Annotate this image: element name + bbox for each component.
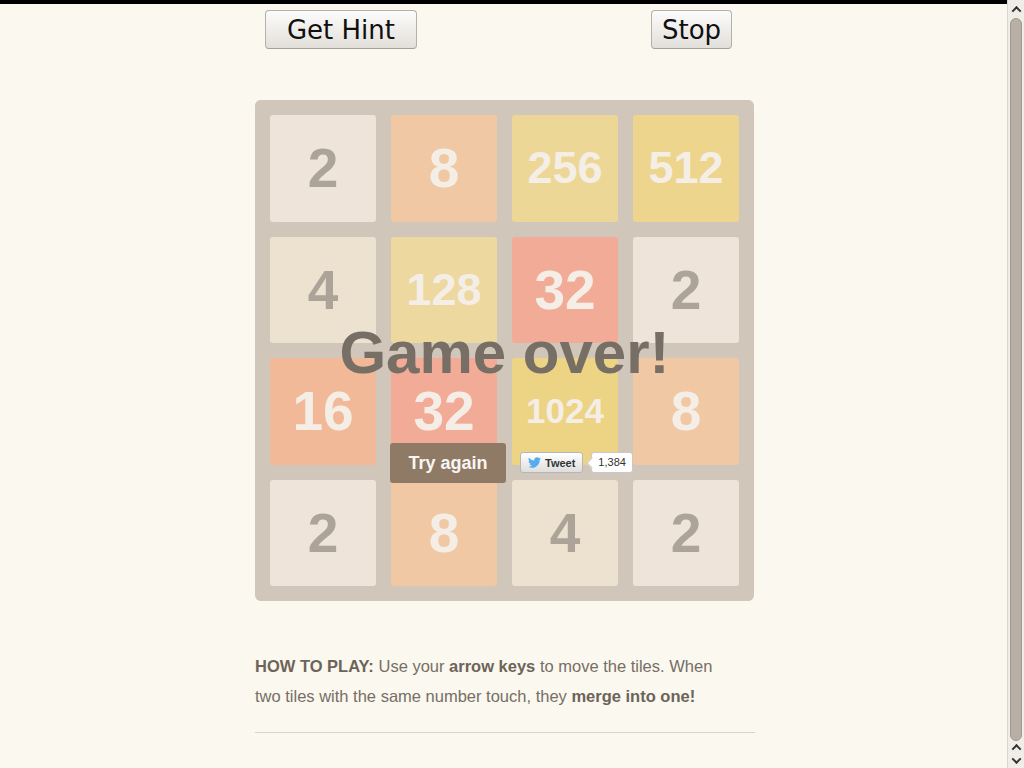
how-to-play-line1: HOW TO PLAY: Use your arrow keys to move…	[255, 657, 712, 675]
scroll-up-bottom-icon[interactable]	[1008, 741, 1024, 754]
window-top-edge	[0, 0, 1007, 4]
game-over-overlay: Game over! Try again Tweet 1,384	[255, 100, 754, 601]
scrollbar-thumb[interactable]	[1010, 18, 1022, 741]
how-to-play-line2: two tiles with the same number touch, th…	[255, 687, 695, 705]
scrollbar-track[interactable]	[1007, 0, 1024, 768]
section-divider	[255, 732, 755, 733]
chevron-up-icon	[1012, 744, 1022, 754]
scroll-down-icon[interactable]	[1008, 754, 1024, 767]
twitter-bird-icon	[528, 457, 541, 468]
get-hint-button[interactable]: Get Hint	[265, 10, 417, 49]
game-over-title: Game over!	[255, 318, 754, 387]
tweet-button[interactable]: Tweet	[520, 452, 583, 473]
stop-button[interactable]: Stop	[651, 10, 732, 49]
tweet-count[interactable]: 1,384	[591, 452, 633, 473]
how-to-play-text: HOW TO PLAY: Use your arrow keys to move…	[255, 651, 755, 711]
chevron-up-icon	[1012, 6, 1022, 16]
try-again-button[interactable]: Try again	[390, 443, 506, 483]
tweet-widget: Tweet 1,384	[520, 452, 633, 473]
scroll-up-icon[interactable]	[1008, 3, 1024, 16]
game-board: 2825651241283221632102482842 Game over! …	[255, 100, 754, 601]
chevron-down-icon	[1012, 754, 1022, 764]
tweet-button-label: Tweet	[545, 457, 575, 469]
